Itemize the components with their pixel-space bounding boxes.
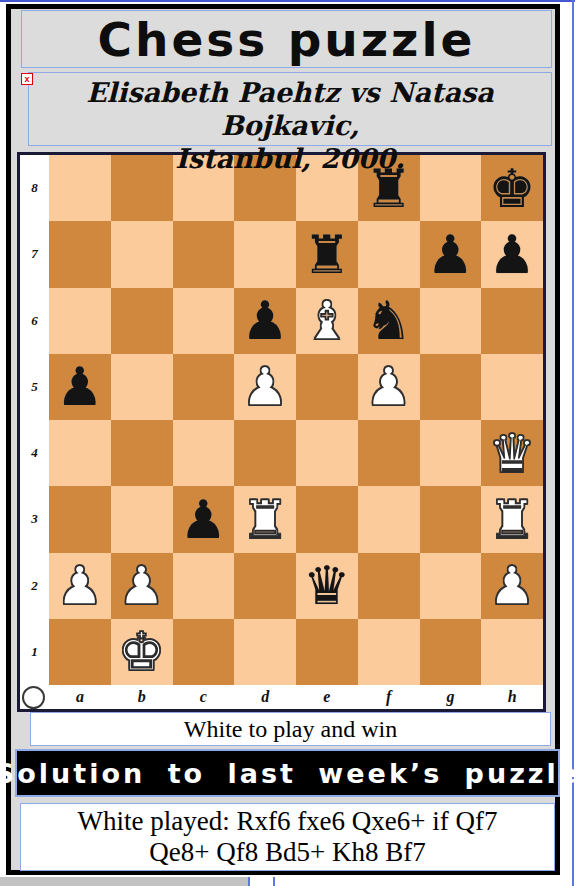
white-pawn-f5[interactable]: ♟ (365, 360, 413, 413)
square-a5[interactable]: ♟ (49, 354, 111, 420)
black-knight-f6[interactable]: ♞ (365, 294, 413, 347)
square-d3[interactable]: ♜ (234, 486, 296, 552)
square-e6[interactable]: ♝ (296, 288, 358, 354)
square-c2[interactable] (173, 553, 235, 619)
square-e2[interactable]: ♛ (296, 553, 358, 619)
square-a1[interactable] (49, 619, 111, 685)
black-pawn-d6[interactable]: ♟ (241, 294, 289, 347)
rank-label-3: 3 (20, 486, 49, 552)
bottom-gray-strip (0, 877, 248, 886)
white-rook-d3[interactable]: ♜ (241, 493, 289, 546)
square-b6[interactable] (111, 288, 173, 354)
square-b2[interactable]: ♟ (111, 553, 173, 619)
file-label-d: d (234, 685, 296, 709)
square-f7[interactable] (358, 221, 420, 287)
square-f3[interactable] (358, 486, 420, 552)
white-rook-h3[interactable]: ♜ (488, 493, 536, 546)
square-g3[interactable] (420, 486, 482, 552)
square-g4[interactable] (420, 420, 482, 486)
square-g6[interactable] (420, 288, 482, 354)
match-venue-year: Istanbul, 2000. (29, 142, 551, 175)
solution-banner-label: Solution to last week’s puzzle (0, 758, 577, 789)
file-label-h: h (481, 685, 543, 709)
solution-moves-line1: White played: Rxf6 fxe6 Qxe6+ if Qf7 (21, 806, 554, 837)
square-f5[interactable]: ♟ (358, 354, 420, 420)
title-box: Chess puzzle (21, 10, 552, 68)
square-a4[interactable] (49, 420, 111, 486)
rank-label-2: 2 (20, 553, 49, 619)
square-a6[interactable] (49, 288, 111, 354)
solution-banner: Solution to last week’s puzzle (15, 749, 560, 797)
square-e7[interactable]: ♜ (296, 221, 358, 287)
square-f4[interactable] (358, 420, 420, 486)
rank-label-5: 5 (20, 354, 49, 420)
square-h1[interactable] (481, 619, 543, 685)
bottom-cell-divider-left (248, 877, 250, 886)
square-b4[interactable] (111, 420, 173, 486)
black-pawn-h7[interactable]: ♟ (488, 228, 536, 281)
square-h6[interactable] (481, 288, 543, 354)
solution-moves-line2: Qe8+ Qf8 Bd5+ Kh8 Bf7 (21, 837, 554, 868)
square-c6[interactable] (173, 288, 235, 354)
square-e5[interactable] (296, 354, 358, 420)
square-h5[interactable] (481, 354, 543, 420)
square-c1[interactable] (173, 619, 235, 685)
black-queen-e2[interactable]: ♛ (303, 559, 351, 612)
match-players: Elisabeth Paehtz vs Natasa Bojkavic, (29, 73, 551, 142)
square-c5[interactable] (173, 354, 235, 420)
file-label-e: e (296, 685, 358, 709)
white-pawn-b2[interactable]: ♟ (118, 559, 166, 612)
square-h4[interactable]: ♛ (481, 420, 543, 486)
rank-label-7: 7 (20, 221, 49, 287)
square-c7[interactable] (173, 221, 235, 287)
subtitle-box: Elisabeth Paehtz vs Natasa Bojkavic, Ist… (28, 72, 552, 146)
square-g2[interactable] (420, 553, 482, 619)
square-d6[interactable]: ♟ (234, 288, 296, 354)
white-pawn-a2[interactable]: ♟ (56, 559, 104, 612)
puzzle-instruction: White to play and win (184, 716, 397, 743)
square-b3[interactable] (111, 486, 173, 552)
file-label-b: b (111, 685, 173, 709)
side-to-move-indicator (22, 686, 45, 709)
square-b5[interactable] (111, 354, 173, 420)
square-h3[interactable]: ♜ (481, 486, 543, 552)
broken-image-icon: x (21, 73, 33, 85)
rank-label-6: 6 (20, 288, 49, 354)
rank-label-1: 1 (20, 619, 49, 685)
board-corner (20, 685, 49, 709)
square-e1[interactable] (296, 619, 358, 685)
square-f6[interactable]: ♞ (358, 288, 420, 354)
file-label-g: g (420, 685, 482, 709)
square-b7[interactable] (111, 221, 173, 287)
square-d2[interactable] (234, 553, 296, 619)
caption-box: White to play and win (30, 712, 551, 746)
square-e4[interactable] (296, 420, 358, 486)
square-h7[interactable]: ♟ (481, 221, 543, 287)
black-rook-e7[interactable]: ♜ (303, 228, 351, 281)
black-pawn-g7[interactable]: ♟ (427, 228, 475, 281)
square-d5[interactable]: ♟ (234, 354, 296, 420)
square-g1[interactable] (420, 619, 482, 685)
white-pawn-d5[interactable]: ♟ (241, 360, 289, 413)
square-a2[interactable]: ♟ (49, 553, 111, 619)
rank-label-4: 4 (20, 420, 49, 486)
square-a7[interactable] (49, 221, 111, 287)
white-king-b1[interactable]: ♚ (118, 625, 166, 678)
square-e3[interactable] (296, 486, 358, 552)
square-d7[interactable] (234, 221, 296, 287)
white-queen-h4[interactable]: ♛ (488, 427, 536, 480)
page-title: Chess puzzle (98, 12, 476, 67)
square-a3[interactable] (49, 486, 111, 552)
bottom-cell-divider-right (273, 877, 275, 886)
square-h2[interactable]: ♟ (481, 553, 543, 619)
chess-board: 8♜♚7♜♟♟6♟♝♞5♟♟♟4♛3♟♜♜2♟♟♛♟1♚abcdefgh (17, 152, 546, 712)
square-b1[interactable]: ♚ (111, 619, 173, 685)
square-d1[interactable] (234, 619, 296, 685)
square-f2[interactable] (358, 553, 420, 619)
white-pawn-h2[interactable]: ♟ (488, 559, 536, 612)
file-label-c: c (173, 685, 235, 709)
square-c4[interactable] (173, 420, 235, 486)
square-g5[interactable] (420, 354, 482, 420)
file-label-f: f (358, 685, 420, 709)
black-pawn-c3[interactable]: ♟ (180, 493, 228, 546)
file-label-a: a (49, 685, 111, 709)
square-c3[interactable]: ♟ (173, 486, 235, 552)
solution-box: White played: Rxf6 fxe6 Qxe6+ if Qf7 Qe8… (20, 803, 555, 871)
white-bishop-e6[interactable]: ♝ (303, 294, 351, 347)
square-f1[interactable] (358, 619, 420, 685)
page-top-rule (0, 0, 575, 2)
board-grid: 8♜♚7♜♟♟6♟♝♞5♟♟♟4♛3♟♜♜2♟♟♛♟1♚abcdefgh (20, 155, 543, 709)
square-g7[interactable]: ♟ (420, 221, 482, 287)
black-pawn-a5[interactable]: ♟ (56, 360, 104, 413)
square-d4[interactable] (234, 420, 296, 486)
page-right-rule (572, 0, 574, 886)
